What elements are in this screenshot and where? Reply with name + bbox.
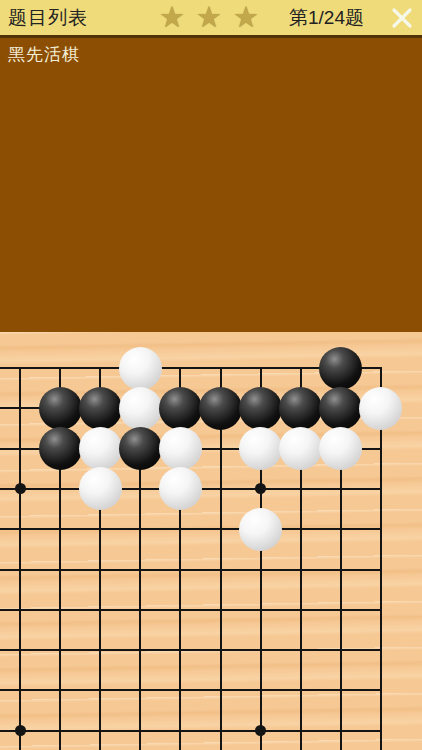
black-stone (159, 387, 202, 430)
star-point (255, 725, 266, 736)
grid-line-h (0, 609, 382, 611)
star-icon: ★ (196, 3, 222, 32)
white-stone (79, 467, 122, 510)
black-stone (319, 387, 362, 430)
star-icon: ★ (159, 3, 185, 32)
white-stone (239, 508, 282, 551)
white-stone (79, 427, 122, 470)
task-panel: 黑先活棋 (0, 38, 422, 332)
grid-line-h (0, 689, 382, 691)
black-stone (319, 347, 362, 390)
go-board[interactable] (0, 332, 422, 750)
grid-line-h (0, 569, 382, 571)
white-stone (279, 427, 322, 470)
white-stone (239, 427, 282, 470)
black-stone (199, 387, 242, 430)
app-screen: 题目列表 ★★★ 第1/24题 黑先活棋 (0, 0, 422, 750)
white-stone (159, 427, 202, 470)
close-button[interactable] (390, 6, 414, 30)
grid-line-h (0, 528, 382, 530)
grid-line-h (0, 730, 382, 732)
black-stone (279, 387, 322, 430)
star-icon: ★ (233, 3, 259, 32)
black-stone (39, 387, 82, 430)
black-stone (79, 387, 122, 430)
black-stone (119, 427, 162, 470)
problem-progress-label: 第1/24题 (289, 0, 364, 35)
grid-line-v (19, 367, 21, 750)
difficulty-stars: ★★★ (159, 0, 259, 35)
black-stone (39, 427, 82, 470)
star-point (15, 725, 26, 736)
white-stone (319, 427, 362, 470)
star-point (255, 483, 266, 494)
problem-list-button[interactable]: 题目列表 (8, 0, 88, 35)
black-stone (239, 387, 282, 430)
task-instruction: 黑先活棋 (8, 43, 80, 66)
white-stone (119, 387, 162, 430)
close-icon (391, 7, 413, 29)
star-point (15, 483, 26, 494)
grid-line-h (0, 649, 382, 651)
white-stone (359, 387, 402, 430)
top-bar: 题目列表 ★★★ 第1/24题 (0, 0, 422, 38)
white-stone (119, 347, 162, 390)
white-stone (159, 467, 202, 510)
